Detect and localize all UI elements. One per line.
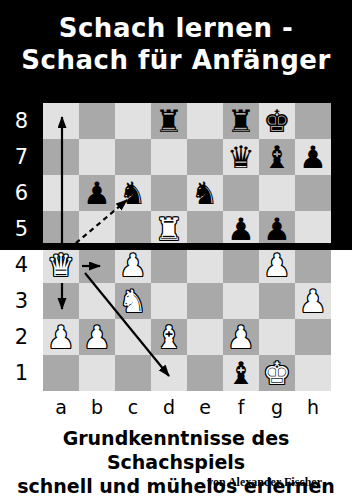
square-g1: ♚ bbox=[259, 355, 295, 391]
square-e1 bbox=[187, 355, 223, 391]
square-b7 bbox=[79, 139, 115, 175]
white-queen-a4: ♛ bbox=[47, 250, 75, 281]
rank-label-1: 1 bbox=[0, 355, 43, 391]
square-a8 bbox=[43, 103, 79, 139]
square-g5: ♟ bbox=[259, 211, 295, 247]
file-label-a: a bbox=[43, 394, 79, 420]
black-knight-c6: ♞ bbox=[119, 178, 147, 209]
white-rook-d5: ♜ bbox=[155, 214, 183, 245]
book-title-line1: Schach lernen - bbox=[0, 12, 352, 44]
square-f8: ♜ bbox=[223, 103, 259, 139]
black-queen-f7: ♛ bbox=[227, 142, 255, 173]
square-a2: ♟ bbox=[43, 319, 79, 355]
square-d1 bbox=[151, 355, 187, 391]
black-pawn-f5: ♟ bbox=[227, 214, 255, 245]
file-labels: abcdefgh bbox=[43, 394, 331, 420]
black-rook-f8: ♜ bbox=[227, 106, 255, 137]
white-pawn-g4: ♟ bbox=[263, 250, 291, 281]
square-e3 bbox=[187, 283, 223, 319]
square-h2 bbox=[295, 319, 331, 355]
square-h1 bbox=[295, 355, 331, 391]
white-knight-c3: ♞ bbox=[119, 286, 147, 317]
square-a5 bbox=[43, 211, 79, 247]
square-g4: ♟ bbox=[259, 247, 295, 283]
book-subtitle-line1: Grundkenntnisse des Schachspiels bbox=[0, 426, 352, 474]
author-credit: von Alexander Fischer bbox=[0, 475, 322, 490]
square-b3 bbox=[79, 283, 115, 319]
black-pawn-b6: ♟ bbox=[83, 178, 111, 209]
book-title: Schach lernen - Schach für Anfänger bbox=[0, 12, 352, 76]
white-bishop-d2: ♝ bbox=[155, 322, 183, 353]
square-a6 bbox=[43, 175, 79, 211]
square-g6 bbox=[259, 175, 295, 211]
white-pawn-a2: ♟ bbox=[47, 322, 75, 353]
square-f1: ♝ bbox=[223, 355, 259, 391]
square-d6 bbox=[151, 175, 187, 211]
square-d3 bbox=[151, 283, 187, 319]
white-pawn-f2: ♟ bbox=[227, 322, 255, 353]
rank-label-4: 4 bbox=[0, 247, 43, 283]
square-h5 bbox=[295, 211, 331, 247]
square-f4 bbox=[223, 247, 259, 283]
square-g2 bbox=[259, 319, 295, 355]
black-pawn-h7: ♟ bbox=[299, 142, 327, 173]
square-e4 bbox=[187, 247, 223, 283]
square-e2 bbox=[187, 319, 223, 355]
file-label-f: f bbox=[223, 394, 259, 420]
square-b6: ♟ bbox=[79, 175, 115, 211]
square-g7: ♝ bbox=[259, 139, 295, 175]
square-g3 bbox=[259, 283, 295, 319]
square-b4 bbox=[79, 247, 115, 283]
square-b8 bbox=[79, 103, 115, 139]
square-f5: ♟ bbox=[223, 211, 259, 247]
black-knight-e6: ♞ bbox=[191, 178, 219, 209]
square-d7 bbox=[151, 139, 187, 175]
rank-label-3: 3 bbox=[0, 283, 43, 319]
square-c7 bbox=[115, 139, 151, 175]
board-divider-stripe bbox=[0, 243, 352, 250]
square-c3: ♞ bbox=[115, 283, 151, 319]
square-d2: ♝ bbox=[151, 319, 187, 355]
rank-label-7: 7 bbox=[0, 139, 43, 175]
square-f7: ♛ bbox=[223, 139, 259, 175]
square-c1 bbox=[115, 355, 151, 391]
square-b2: ♟ bbox=[79, 319, 115, 355]
square-c5 bbox=[115, 211, 151, 247]
square-g8: ♚ bbox=[259, 103, 295, 139]
square-d4 bbox=[151, 247, 187, 283]
black-bishop-f1: ♝ bbox=[227, 358, 255, 389]
white-pawn-b2: ♟ bbox=[83, 322, 111, 353]
square-h3: ♟ bbox=[295, 283, 331, 319]
file-label-d: d bbox=[151, 394, 187, 420]
file-label-h: h bbox=[295, 394, 331, 420]
rank-label-2: 2 bbox=[0, 319, 43, 355]
file-label-g: g bbox=[259, 394, 295, 420]
square-h8 bbox=[295, 103, 331, 139]
square-f6 bbox=[223, 175, 259, 211]
square-b1 bbox=[79, 355, 115, 391]
square-f2: ♟ bbox=[223, 319, 259, 355]
black-king-g8: ♚ bbox=[263, 106, 291, 137]
square-e8 bbox=[187, 103, 223, 139]
square-c8 bbox=[115, 103, 151, 139]
square-h6 bbox=[295, 175, 331, 211]
square-f3 bbox=[223, 283, 259, 319]
square-a4: ♛ bbox=[43, 247, 79, 283]
white-pawn-h3: ♟ bbox=[299, 286, 327, 317]
file-label-c: c bbox=[115, 394, 151, 420]
square-c6: ♞ bbox=[115, 175, 151, 211]
book-title-line2: Schach für Anfänger bbox=[0, 44, 352, 76]
black-pawn-g5: ♟ bbox=[263, 214, 291, 245]
square-h7: ♟ bbox=[295, 139, 331, 175]
square-e5 bbox=[187, 211, 223, 247]
file-label-b: b bbox=[79, 394, 115, 420]
square-b5 bbox=[79, 211, 115, 247]
square-d8: ♜ bbox=[151, 103, 187, 139]
rank-label-8: 8 bbox=[0, 103, 43, 139]
square-a1 bbox=[43, 355, 79, 391]
square-h4 bbox=[295, 247, 331, 283]
square-c4: ♟ bbox=[115, 247, 151, 283]
white-king-g1: ♚ bbox=[263, 358, 291, 389]
square-c2 bbox=[115, 319, 151, 355]
black-bishop-g7: ♝ bbox=[263, 142, 291, 173]
square-e6: ♞ bbox=[187, 175, 223, 211]
file-label-e: e bbox=[187, 394, 223, 420]
rank-label-5: 5 bbox=[0, 211, 43, 247]
square-e7 bbox=[187, 139, 223, 175]
square-d5: ♜ bbox=[151, 211, 187, 247]
rank-label-6: 6 bbox=[0, 175, 43, 211]
white-pawn-c4: ♟ bbox=[119, 250, 147, 281]
black-rook-d8: ♜ bbox=[155, 106, 183, 137]
square-a7 bbox=[43, 139, 79, 175]
square-a3 bbox=[43, 283, 79, 319]
